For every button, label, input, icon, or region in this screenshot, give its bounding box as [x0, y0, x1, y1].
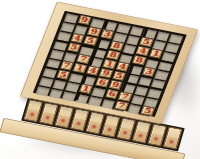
empty-cell[interactable]: [49, 89, 63, 99]
product-photo-scene: 99354584158871437149556916775: [0, 0, 200, 159]
drawer-tile[interactable]: [163, 127, 182, 150]
number-tile[interactable]: 3: [142, 67, 156, 77]
tile-digit: 5: [58, 71, 67, 79]
number-tile[interactable]: 5: [139, 37, 153, 47]
tile-digit: 1: [151, 50, 160, 58]
number-tile[interactable]: 5: [67, 42, 81, 52]
tile-digit: 4: [138, 47, 147, 55]
tile-digit: 5: [142, 38, 151, 46]
number-tile[interactable]: 8: [106, 50, 120, 60]
tile-digit: 6: [107, 90, 116, 98]
empty-cell[interactable]: [101, 99, 115, 109]
number-tile[interactable]: 9: [77, 15, 91, 25]
number-tile[interactable]: 6: [95, 77, 109, 87]
empty-cell[interactable]: [62, 91, 76, 101]
empty-cell[interactable]: [52, 80, 66, 90]
tile-digit: 9: [89, 28, 98, 36]
tile-digit: 5: [143, 107, 152, 115]
empty-cell[interactable]: [156, 31, 170, 41]
number-tile[interactable]: 8: [132, 55, 146, 65]
number-tile[interactable]: 7: [118, 92, 132, 102]
tile-digit: 8: [112, 42, 121, 50]
empty-cell[interactable]: [35, 86, 49, 96]
tile-digit: 4: [118, 63, 127, 71]
empty-cell[interactable]: [131, 95, 145, 105]
tile-digit: 4: [73, 34, 82, 42]
tile-digit: 8: [135, 56, 144, 64]
tile-digit: 3: [144, 68, 153, 76]
tile-digit: 5: [86, 37, 95, 45]
empty-cell[interactable]: [116, 24, 130, 34]
tile-digit: 6: [98, 78, 107, 86]
tile-digit: 7: [121, 93, 130, 101]
tile-digit: 7: [79, 55, 88, 63]
tile-digit: 9: [111, 81, 120, 89]
empty-cell[interactable]: [64, 13, 78, 23]
tile-digit: 5: [115, 72, 124, 80]
tile-digit: 8: [109, 51, 118, 59]
tile-digit: 3: [103, 30, 112, 38]
empty-cell[interactable]: [39, 77, 53, 87]
tile-digit: 1: [75, 64, 84, 72]
tile-digit: 7: [117, 102, 126, 110]
empty-cell[interactable]: [88, 97, 102, 107]
tile-digit: 9: [80, 16, 89, 24]
tile-digit: 1: [105, 60, 114, 68]
number-tile[interactable]: 3: [100, 29, 114, 39]
empty-cell[interactable]: [127, 104, 141, 114]
tile-digit: 7: [62, 62, 71, 70]
number-tile[interactable]: 7: [115, 101, 129, 111]
empty-cell[interactable]: [60, 22, 74, 32]
sudoku-grid: 99354584158871437149556916775: [33, 11, 187, 117]
empty-cell[interactable]: [169, 34, 183, 44]
empty-cell[interactable]: [91, 87, 105, 97]
tile-digit: 4: [88, 67, 97, 75]
empty-cell[interactable]: [155, 70, 169, 80]
number-tile[interactable]: 5: [141, 106, 155, 116]
tile-digit: 9: [101, 69, 110, 77]
number-tile[interactable]: 1: [79, 84, 93, 94]
empty-cell[interactable]: [165, 43, 179, 53]
tile-digit: 1: [81, 85, 90, 93]
number-tile[interactable]: 5: [56, 70, 70, 80]
tile-digit: 5: [69, 43, 78, 51]
empty-cell[interactable]: [50, 50, 64, 60]
number-tile[interactable]: 1: [102, 59, 116, 69]
